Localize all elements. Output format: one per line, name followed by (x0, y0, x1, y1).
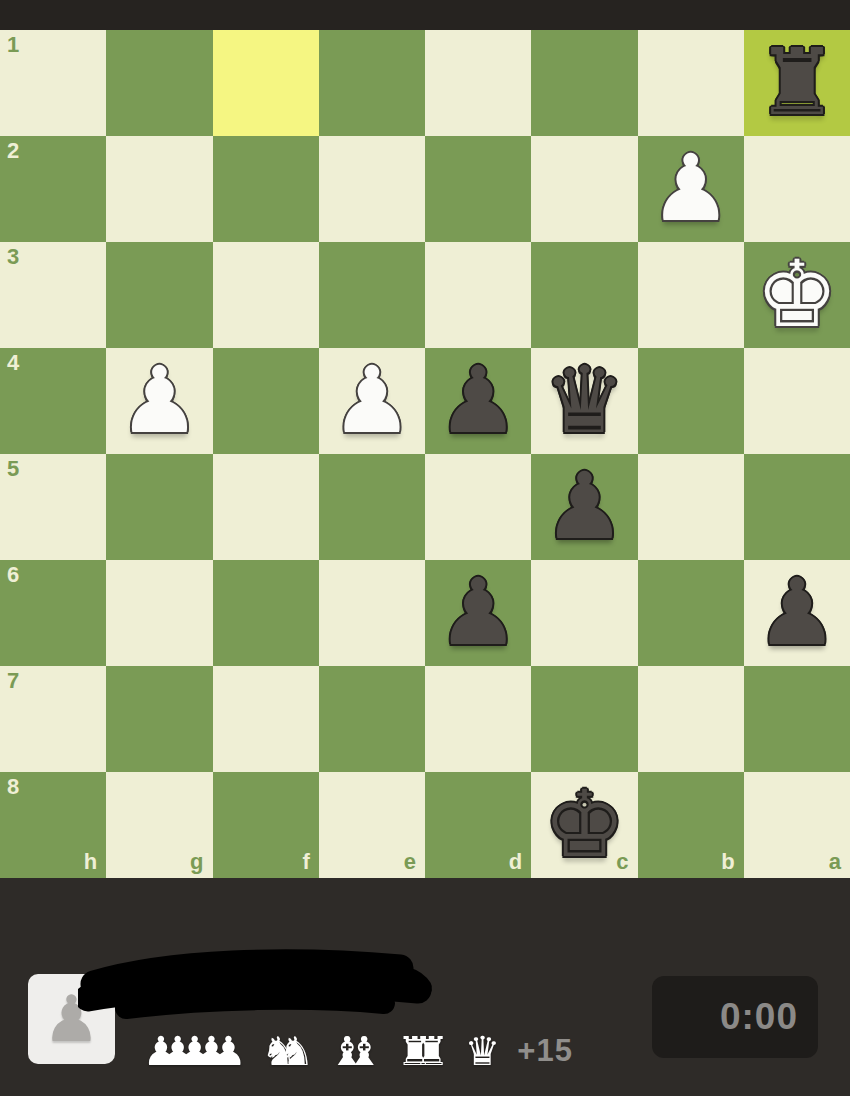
captured-pawn-icon: ♟ (210, 1031, 246, 1071)
rank-label-7: 7 (7, 670, 19, 692)
rank-label-3: 3 (7, 246, 19, 268)
square-b2[interactable]: ♟ (638, 136, 744, 242)
square-h5[interactable]: 5 (0, 454, 106, 560)
file-label-f: f (302, 851, 309, 873)
square-e4[interactable]: ♟ (319, 348, 425, 454)
white-pawn-g4[interactable]: ♟ (106, 348, 212, 454)
rank-label-2: 2 (7, 140, 19, 162)
square-f7[interactable] (213, 666, 319, 772)
square-g4[interactable]: ♟ (106, 348, 212, 454)
white-pawn-e4[interactable]: ♟ (319, 348, 425, 454)
rank-label-4: 4 (7, 352, 19, 374)
captured-rook-group: ♜♜ (397, 1031, 450, 1071)
square-c7[interactable] (531, 666, 637, 772)
square-e1[interactable] (319, 30, 425, 136)
square-a5[interactable] (744, 454, 850, 560)
captured-queen-icon: ♛ (464, 1031, 500, 1071)
captured-pieces-row: ♟♟♟♟♟♞♞♝♝♜♜♛+15 (143, 1028, 573, 1074)
square-c6[interactable] (531, 560, 637, 666)
square-a2[interactable] (744, 136, 850, 242)
square-d8[interactable]: d (425, 772, 531, 878)
square-g6[interactable] (106, 560, 212, 666)
captured-rook-icon: ♜ (414, 1031, 450, 1071)
square-g7[interactable] (106, 666, 212, 772)
file-label-a: a (829, 851, 841, 873)
file-label-g: g (190, 851, 203, 873)
square-c4[interactable]: ♛ (531, 348, 637, 454)
square-g1[interactable] (106, 30, 212, 136)
black-pawn-d6[interactable]: ♟ (425, 560, 531, 666)
white-pawn-b2[interactable]: ♟ (638, 136, 744, 242)
redacted-player-name (78, 948, 438, 1022)
square-e8[interactable]: e (319, 772, 425, 878)
square-d3[interactable] (425, 242, 531, 348)
square-f2[interactable] (213, 136, 319, 242)
black-pawn-c5[interactable]: ♟ (531, 454, 637, 560)
rank-label-1: 1 (7, 34, 19, 56)
square-b7[interactable] (638, 666, 744, 772)
file-label-b: b (721, 851, 734, 873)
app-screen: 1♜2♟3♚4♟♟♟♛5♟6♟♟78hgfedc♚ba ♟ ♟♟♟♟♟♞♞♝♝♜… (0, 0, 850, 1096)
square-f3[interactable] (213, 242, 319, 348)
square-d5[interactable] (425, 454, 531, 560)
white-king-a3[interactable]: ♚ (744, 242, 850, 348)
captured-bishop-group: ♝♝ (329, 1031, 382, 1071)
square-b5[interactable] (638, 454, 744, 560)
square-f6[interactable] (213, 560, 319, 666)
square-d4[interactable]: ♟ (425, 348, 531, 454)
square-d7[interactable] (425, 666, 531, 772)
file-label-d: d (509, 851, 522, 873)
square-a7[interactable] (744, 666, 850, 772)
black-pawn-d4[interactable]: ♟ (425, 348, 531, 454)
black-rook-a1[interactable]: ♜ (744, 30, 850, 136)
square-b4[interactable] (638, 348, 744, 454)
square-h4[interactable]: 4 (0, 348, 106, 454)
black-king-c8[interactable]: ♚ (531, 772, 637, 878)
material-advantage: +15 (517, 1033, 573, 1069)
black-pawn-a6[interactable]: ♟ (744, 560, 850, 666)
rank-label-8: 8 (7, 776, 19, 798)
square-e5[interactable] (319, 454, 425, 560)
square-a3[interactable]: ♚ (744, 242, 850, 348)
captured-knight-icon: ♞ (278, 1031, 314, 1071)
square-g5[interactable] (106, 454, 212, 560)
square-e6[interactable] (319, 560, 425, 666)
square-h3[interactable]: 3 (0, 242, 106, 348)
square-e7[interactable] (319, 666, 425, 772)
black-queen-c4[interactable]: ♛ (531, 348, 637, 454)
square-c2[interactable] (531, 136, 637, 242)
square-c1[interactable] (531, 30, 637, 136)
square-c3[interactable] (531, 242, 637, 348)
square-h1[interactable]: 1 (0, 30, 106, 136)
square-b3[interactable] (638, 242, 744, 348)
captured-pawn-group: ♟♟♟♟♟ (143, 1031, 246, 1071)
square-f8[interactable]: f (213, 772, 319, 878)
square-d1[interactable] (425, 30, 531, 136)
captured-bishop-icon: ♝ (346, 1031, 382, 1071)
top-status-strip (0, 0, 850, 30)
clock-time: 0:00 (720, 996, 798, 1038)
file-label-e: e (404, 851, 416, 873)
rank-label-6: 6 (7, 564, 19, 586)
square-c5[interactable]: ♟ (531, 454, 637, 560)
square-h6[interactable]: 6 (0, 560, 106, 666)
chess-board: 1♜2♟3♚4♟♟♟♛5♟6♟♟78hgfedc♚ba (0, 30, 850, 878)
square-c8[interactable]: c♚ (531, 772, 637, 878)
square-g8[interactable]: g (106, 772, 212, 878)
square-e2[interactable] (319, 136, 425, 242)
square-b1[interactable] (638, 30, 744, 136)
square-g3[interactable] (106, 242, 212, 348)
square-a6[interactable]: ♟ (744, 560, 850, 666)
square-e3[interactable] (319, 242, 425, 348)
square-a1[interactable]: ♜ (744, 30, 850, 136)
square-d2[interactable] (425, 136, 531, 242)
square-a4[interactable] (744, 348, 850, 454)
captured-knight-group: ♞♞ (261, 1031, 314, 1071)
rank-label-5: 5 (7, 458, 19, 480)
square-h8[interactable]: 8h (0, 772, 106, 878)
square-b8[interactable]: b (638, 772, 744, 878)
square-b6[interactable] (638, 560, 744, 666)
captured-queen-group: ♛ (464, 1031, 500, 1071)
square-f5[interactable] (213, 454, 319, 560)
square-f4[interactable] (213, 348, 319, 454)
file-label-h: h (84, 851, 97, 873)
square-f1[interactable] (213, 30, 319, 136)
square-h7[interactable]: 7 (0, 666, 106, 772)
square-d6[interactable]: ♟ (425, 560, 531, 666)
player-clock: 0:00 (652, 976, 818, 1058)
square-a8[interactable]: a (744, 772, 850, 878)
square-g2[interactable] (106, 136, 212, 242)
square-h2[interactable]: 2 (0, 136, 106, 242)
